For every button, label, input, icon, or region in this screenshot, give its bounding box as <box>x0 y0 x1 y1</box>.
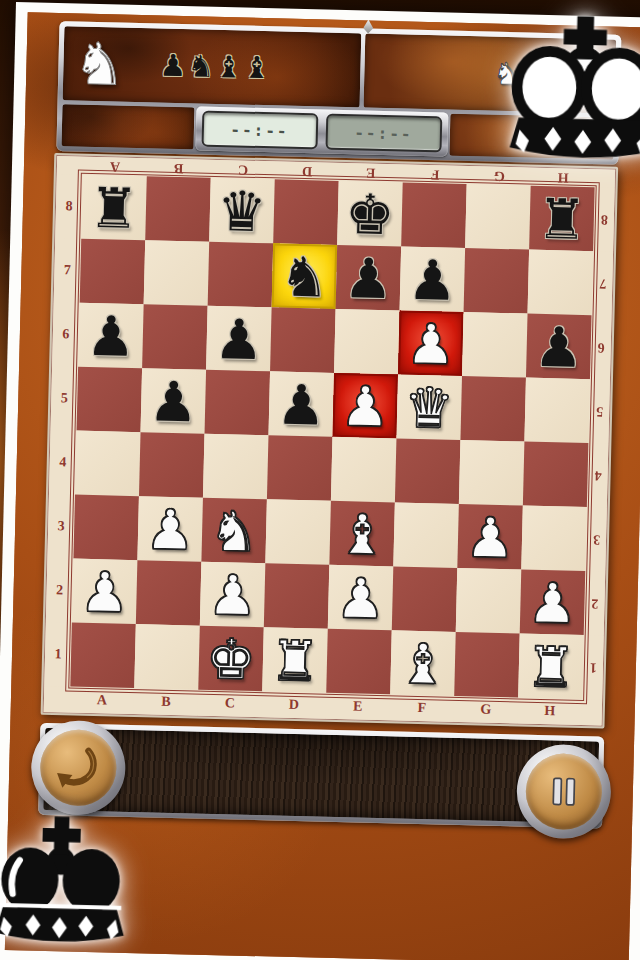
piece-white-knight-c3: ♞ <box>201 498 267 564</box>
captured-black-bishop-icon: ♝ <box>215 51 243 84</box>
clock-strip: --:-- --:-- <box>195 106 448 156</box>
square-h3[interactable] <box>521 506 587 572</box>
file-label-top-f: F <box>403 165 467 185</box>
piece-white-pawn-a2: ♟ <box>72 559 138 625</box>
white-crown-badge <box>498 12 640 174</box>
piece-white-king-c1: ♚ <box>198 626 264 692</box>
piece-white-rook-d1: ♜ <box>262 627 328 693</box>
rank-label-right-2: 2 <box>584 571 606 635</box>
piece-white-bishop-f1: ♝ <box>390 630 456 696</box>
square-d5[interactable]: ♟ <box>268 371 334 437</box>
square-a5[interactable] <box>77 367 143 433</box>
square-g8[interactable] <box>465 184 531 250</box>
square-b7[interactable] <box>144 240 210 306</box>
square-h6[interactable]: ♟ <box>526 314 592 380</box>
rank-label-right-8: 8 <box>593 187 615 251</box>
square-e3[interactable]: ♝ <box>329 501 395 567</box>
square-d3[interactable] <box>265 499 331 565</box>
square-c4[interactable] <box>203 434 269 500</box>
file-label-top-b: B <box>147 158 211 178</box>
square-g5[interactable] <box>460 376 526 442</box>
piece-white-pawn-c2: ♟ <box>200 562 266 628</box>
piece-white-queen-f5: ♛ <box>396 374 462 440</box>
chess-app: ♞ ♟♞♝♝ ♞ --:-- --:-- ABCDEFGH8♜♛♚♜87♞♟♟7… <box>5 12 640 960</box>
square-c1[interactable]: ♚ <box>198 626 264 692</box>
piece-black-king-e8: ♚ <box>337 181 403 247</box>
piece-black-pawn-h6: ♟ <box>526 314 592 380</box>
piece-white-pawn-g3: ♟ <box>457 504 523 570</box>
square-f8[interactable] <box>401 183 467 249</box>
undo-arrow-icon <box>52 741 105 794</box>
piece-black-rook-a8: ♜ <box>81 175 147 241</box>
square-b8[interactable] <box>145 176 211 242</box>
piece-black-pawn-d5: ♟ <box>268 371 334 437</box>
piece-black-pawn-b5: ♟ <box>141 368 207 434</box>
pause-button[interactable] <box>516 743 612 839</box>
square-e5[interactable]: ♟ <box>332 373 398 439</box>
piece-black-rook-h8: ♜ <box>529 186 595 252</box>
piece-white-pawn-h2: ♟ <box>520 570 586 636</box>
piece-white-pawn-b3: ♟ <box>137 496 203 562</box>
square-c6[interactable]: ♟ <box>206 306 272 372</box>
clock-row-left-wood <box>61 104 194 149</box>
rank-label-left-3: 3 <box>47 494 75 559</box>
square-e8[interactable]: ♚ <box>337 181 403 247</box>
square-h8[interactable]: ♜ <box>529 186 595 252</box>
square-f4[interactable] <box>395 438 461 504</box>
file-label-top-e: E <box>339 163 403 183</box>
captured-black-bishop-icon: ♝ <box>243 52 271 85</box>
rank-label-right-7: 7 <box>592 251 614 315</box>
frame-finial <box>363 19 373 33</box>
square-c5[interactable] <box>205 370 271 436</box>
rank-label-right-4: 4 <box>587 443 609 507</box>
piece-white-bishop-e3: ♝ <box>329 501 395 567</box>
chess-board: ABCDEFGH8♜♛♚♜87♞♟♟76♟♟♟♟65♟♟♟♛5443♟♞♝♟32… <box>41 153 619 729</box>
file-label-top-d: D <box>275 161 339 181</box>
square-d8[interactable] <box>273 179 339 245</box>
black-clock: --:-- <box>325 114 442 153</box>
square-f1[interactable]: ♝ <box>390 630 456 696</box>
white-knight-avatar-icon: ♞ <box>73 34 126 93</box>
square-c2[interactable]: ♟ <box>200 562 266 628</box>
square-h1[interactable]: ♜ <box>518 633 584 699</box>
square-b6[interactable] <box>142 304 208 370</box>
file-label-bottom-a: A <box>70 687 135 715</box>
piece-black-queen-c8: ♛ <box>209 178 275 244</box>
square-g1[interactable] <box>454 632 520 698</box>
board-corner <box>44 686 71 713</box>
square-f6[interactable]: ♟ <box>398 310 464 376</box>
square-a7[interactable] <box>80 239 146 305</box>
square-e4[interactable] <box>331 437 397 503</box>
rank-label-left-4: 4 <box>49 430 77 495</box>
captured-black-pawn-icon: ♟ <box>159 50 187 83</box>
square-e6[interactable] <box>334 309 400 375</box>
square-h4[interactable] <box>523 442 589 508</box>
square-g4[interactable] <box>459 440 525 506</box>
square-e1[interactable] <box>326 629 392 695</box>
square-d4[interactable] <box>267 435 333 501</box>
square-c3[interactable]: ♞ <box>201 498 267 564</box>
square-g3[interactable]: ♟ <box>457 504 523 570</box>
rank-label-left-5: 5 <box>51 366 79 431</box>
square-a1[interactable] <box>70 623 136 689</box>
rank-label-right-3: 3 <box>585 507 607 571</box>
piece-black-pawn-a6: ♟ <box>78 303 144 369</box>
square-d1[interactable]: ♜ <box>262 627 328 693</box>
square-c7[interactable] <box>208 242 274 308</box>
rank-label-left-7: 7 <box>54 238 82 303</box>
board-grid: ABCDEFGH8♜♛♚♜87♞♟♟76♟♟♟♟65♟♟♟♛5443♟♞♝♟32… <box>43 155 616 727</box>
file-label-top-c: C <box>211 160 275 180</box>
square-e2[interactable]: ♟ <box>328 565 394 631</box>
file-label-bottom-d: D <box>262 691 327 719</box>
rank-label-left-6: 6 <box>52 302 80 367</box>
rank-label-right-1: 1 <box>582 635 604 699</box>
file-label-bottom-b: B <box>134 688 199 716</box>
piece-white-pawn-e2: ♟ <box>328 565 394 631</box>
piece-black-knight-d7: ♞ <box>272 243 338 309</box>
piece-white-rook-h1: ♜ <box>518 633 584 699</box>
board-corner <box>57 156 83 175</box>
file-label-bottom-g: G <box>454 696 519 724</box>
rank-label-left-8: 8 <box>55 174 83 239</box>
square-h5[interactable] <box>524 378 590 444</box>
board-corner <box>582 699 603 725</box>
white-clock: --:-- <box>201 111 318 150</box>
file-label-bottom-f: F <box>390 694 455 722</box>
file-label-bottom-e: E <box>326 693 391 721</box>
captured-by-white-tray: ♟♞♝♝ <box>159 50 270 85</box>
rank-label-left-2: 2 <box>46 558 74 623</box>
square-c8[interactable]: ♛ <box>209 178 275 244</box>
square-b2[interactable] <box>136 560 202 626</box>
black-crown-badge <box>0 804 136 960</box>
square-b1[interactable] <box>134 624 200 690</box>
rank-label-right-6: 6 <box>590 315 612 379</box>
square-f3[interactable] <box>393 502 459 568</box>
piece-white-pawn-f6: ♟ <box>398 310 464 376</box>
square-d2[interactable] <box>264 563 330 629</box>
square-f5[interactable]: ♛ <box>396 374 462 440</box>
square-a2[interactable]: ♟ <box>72 559 138 625</box>
piece-black-pawn-e7: ♟ <box>336 245 402 311</box>
piece-black-pawn-c6: ♟ <box>206 306 272 372</box>
file-label-top-a: A <box>83 157 147 177</box>
square-a3[interactable] <box>73 495 139 561</box>
square-g6[interactable] <box>462 312 528 378</box>
piece-black-pawn-f7: ♟ <box>400 246 466 312</box>
square-b3[interactable]: ♟ <box>137 496 203 562</box>
square-h7[interactable] <box>528 250 594 316</box>
square-g2[interactable] <box>456 568 522 634</box>
white-player-tray: ♞ ♟♞♝♝ <box>63 26 361 107</box>
captured-black-knight-icon: ♞ <box>187 50 215 83</box>
file-label-bottom-c: C <box>198 690 263 718</box>
square-e7[interactable]: ♟ <box>336 245 402 311</box>
square-f2[interactable] <box>392 566 458 632</box>
square-b4[interactable] <box>139 432 205 498</box>
square-h2[interactable]: ♟ <box>520 570 586 636</box>
square-f7[interactable]: ♟ <box>400 246 466 312</box>
piece-white-pawn-e5: ♟ <box>332 373 398 439</box>
rank-label-right-5: 5 <box>588 379 610 443</box>
square-b5[interactable]: ♟ <box>141 368 207 434</box>
app-card: ♞ ♟♞♝♝ ♞ --:-- --:-- ABCDEFGH8♜♛♚♜87♞♟♟7… <box>0 2 640 960</box>
square-a4[interactable] <box>75 431 141 497</box>
square-d7[interactable]: ♞ <box>272 243 338 309</box>
square-a8[interactable]: ♜ <box>81 175 147 241</box>
square-d6[interactable] <box>270 307 336 373</box>
pause-icon <box>541 769 586 814</box>
square-g7[interactable] <box>464 248 530 314</box>
square-a6[interactable]: ♟ <box>78 303 144 369</box>
file-label-bottom-h: H <box>518 697 583 725</box>
rank-label-left-1: 1 <box>44 622 72 687</box>
